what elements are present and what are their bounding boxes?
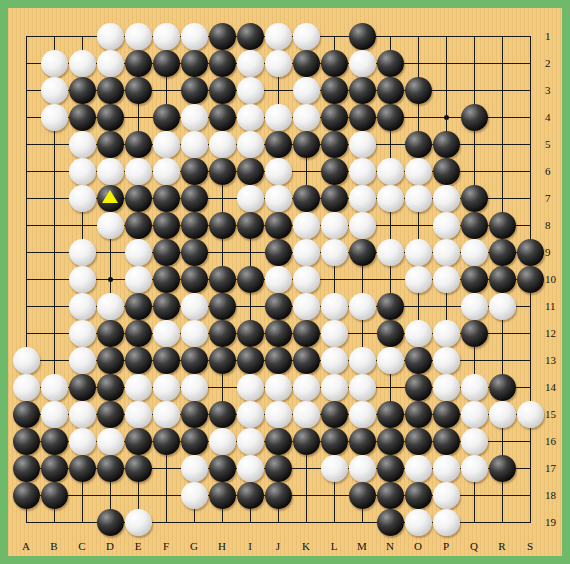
white-stone-M15[interactable] bbox=[349, 401, 376, 428]
white-stone-Q16[interactable] bbox=[461, 428, 488, 455]
col-label-C: C bbox=[78, 540, 85, 552]
white-stone-K15[interactable] bbox=[293, 401, 320, 428]
black-stone-G6[interactable] bbox=[181, 158, 208, 185]
white-stone-E10[interactable] bbox=[125, 266, 152, 293]
white-stone-M14[interactable] bbox=[349, 374, 376, 401]
black-stone-O13[interactable] bbox=[405, 347, 432, 374]
white-stone-C6[interactable] bbox=[69, 158, 96, 185]
row-label-1: 1 bbox=[545, 30, 551, 42]
black-stone-N15[interactable] bbox=[377, 401, 404, 428]
col-label-L: L bbox=[331, 540, 338, 552]
black-stone-F9[interactable] bbox=[153, 239, 180, 266]
white-stone-G14[interactable] bbox=[181, 374, 208, 401]
black-stone-H10[interactable] bbox=[209, 266, 236, 293]
white-stone-L11[interactable] bbox=[321, 293, 348, 320]
black-stone-L15[interactable] bbox=[321, 401, 348, 428]
black-stone-E11[interactable] bbox=[125, 293, 152, 320]
black-stone-O14[interactable] bbox=[405, 374, 432, 401]
white-stone-L13[interactable] bbox=[321, 347, 348, 374]
black-stone-D17[interactable] bbox=[97, 455, 124, 482]
col-label-N: N bbox=[386, 540, 394, 552]
black-stone-H8[interactable] bbox=[209, 212, 236, 239]
black-stone-I1[interactable] bbox=[237, 23, 264, 50]
row-label-18: 18 bbox=[545, 489, 556, 501]
row-label-9: 9 bbox=[545, 246, 551, 258]
white-stone-H5[interactable] bbox=[209, 131, 236, 158]
white-stone-G4[interactable] bbox=[181, 104, 208, 131]
black-stone-H6[interactable] bbox=[209, 158, 236, 185]
white-stone-R11[interactable] bbox=[489, 293, 516, 320]
white-stone-C12[interactable] bbox=[69, 320, 96, 347]
black-stone-Q4[interactable] bbox=[461, 104, 488, 131]
black-stone-G2[interactable] bbox=[181, 50, 208, 77]
col-label-A: A bbox=[22, 540, 30, 552]
black-stone-P16[interactable] bbox=[433, 428, 460, 455]
black-stone-M9[interactable] bbox=[349, 239, 376, 266]
white-stone-C10[interactable] bbox=[69, 266, 96, 293]
white-stone-N7[interactable] bbox=[377, 185, 404, 212]
black-stone-G7[interactable] bbox=[181, 185, 208, 212]
col-label-B: B bbox=[50, 540, 57, 552]
black-stone-N12[interactable] bbox=[377, 320, 404, 347]
white-stone-P17[interactable] bbox=[433, 455, 460, 482]
row-label-10: 10 bbox=[545, 273, 556, 285]
black-stone-N3[interactable] bbox=[377, 77, 404, 104]
white-stone-C5[interactable] bbox=[69, 131, 96, 158]
black-stone-D15[interactable] bbox=[97, 401, 124, 428]
black-stone-D14[interactable] bbox=[97, 374, 124, 401]
black-stone-N16[interactable] bbox=[377, 428, 404, 455]
white-stone-D11[interactable] bbox=[97, 293, 124, 320]
black-stone-J12[interactable] bbox=[265, 320, 292, 347]
black-stone-J8[interactable] bbox=[265, 212, 292, 239]
white-stone-I2[interactable] bbox=[237, 50, 264, 77]
white-stone-O7[interactable] bbox=[405, 185, 432, 212]
black-stone-G3[interactable] bbox=[181, 77, 208, 104]
white-stone-G17[interactable] bbox=[181, 455, 208, 482]
white-stone-G11[interactable] bbox=[181, 293, 208, 320]
last-move-triangle-marker bbox=[102, 190, 118, 203]
black-stone-Q10[interactable] bbox=[461, 266, 488, 293]
white-stone-C9[interactable] bbox=[69, 239, 96, 266]
black-stone-J9[interactable] bbox=[265, 239, 292, 266]
black-stone-D3[interactable] bbox=[97, 77, 124, 104]
white-stone-M13[interactable] bbox=[349, 347, 376, 374]
black-stone-J5[interactable] bbox=[265, 131, 292, 158]
white-stone-M11[interactable] bbox=[349, 293, 376, 320]
white-stone-K4[interactable] bbox=[293, 104, 320, 131]
col-label-G: G bbox=[190, 540, 198, 552]
white-stone-I17[interactable] bbox=[237, 455, 264, 482]
black-stone-G15[interactable] bbox=[181, 401, 208, 428]
black-stone-Q8[interactable] bbox=[461, 212, 488, 239]
black-stone-M16[interactable] bbox=[349, 428, 376, 455]
white-stone-I3[interactable] bbox=[237, 77, 264, 104]
white-stone-E6[interactable] bbox=[125, 158, 152, 185]
white-stone-M17[interactable] bbox=[349, 455, 376, 482]
white-stone-I15[interactable] bbox=[237, 401, 264, 428]
white-stone-P10[interactable] bbox=[433, 266, 460, 293]
white-stone-M8[interactable] bbox=[349, 212, 376, 239]
black-stone-D4[interactable] bbox=[97, 104, 124, 131]
black-stone-G9[interactable] bbox=[181, 239, 208, 266]
white-stone-I7[interactable] bbox=[237, 185, 264, 212]
white-stone-D1[interactable] bbox=[97, 23, 124, 50]
black-stone-K13[interactable] bbox=[293, 347, 320, 374]
white-stone-J2[interactable] bbox=[265, 50, 292, 77]
white-stone-Q14[interactable] bbox=[461, 374, 488, 401]
black-stone-O18[interactable] bbox=[405, 482, 432, 509]
black-stone-F11[interactable] bbox=[153, 293, 180, 320]
white-stone-J10[interactable] bbox=[265, 266, 292, 293]
white-stone-N6[interactable] bbox=[377, 158, 404, 185]
black-stone-K7[interactable] bbox=[293, 185, 320, 212]
row-label-12: 12 bbox=[545, 327, 556, 339]
col-label-O: O bbox=[414, 540, 422, 552]
black-stone-D19[interactable] bbox=[97, 509, 124, 536]
black-stone-G8[interactable] bbox=[181, 212, 208, 239]
black-stone-M1[interactable] bbox=[349, 23, 376, 50]
white-stone-K10[interactable] bbox=[293, 266, 320, 293]
black-stone-I18[interactable] bbox=[237, 482, 264, 509]
white-stone-K11[interactable] bbox=[293, 293, 320, 320]
black-stone-L7[interactable] bbox=[321, 185, 348, 212]
white-stone-O6[interactable] bbox=[405, 158, 432, 185]
hoshi-D10 bbox=[108, 277, 113, 282]
white-stone-J6[interactable] bbox=[265, 158, 292, 185]
black-stone-I10[interactable] bbox=[237, 266, 264, 293]
white-stone-I4[interactable] bbox=[237, 104, 264, 131]
black-stone-L16[interactable] bbox=[321, 428, 348, 455]
white-stone-R15[interactable] bbox=[489, 401, 516, 428]
white-stone-P13[interactable] bbox=[433, 347, 460, 374]
black-stone-J17[interactable] bbox=[265, 455, 292, 482]
black-stone-K2[interactable] bbox=[293, 50, 320, 77]
white-stone-F15[interactable] bbox=[153, 401, 180, 428]
white-stone-J14[interactable] bbox=[265, 374, 292, 401]
black-stone-E5[interactable] bbox=[125, 131, 152, 158]
black-stone-E13[interactable] bbox=[125, 347, 152, 374]
black-stone-H2[interactable] bbox=[209, 50, 236, 77]
white-stone-O17[interactable] bbox=[405, 455, 432, 482]
white-stone-C11[interactable] bbox=[69, 293, 96, 320]
black-stone-B17[interactable] bbox=[41, 455, 68, 482]
white-stone-P9[interactable] bbox=[433, 239, 460, 266]
white-stone-G12[interactable] bbox=[181, 320, 208, 347]
white-stone-M2[interactable] bbox=[349, 50, 376, 77]
white-stone-L8[interactable] bbox=[321, 212, 348, 239]
white-stone-B14[interactable] bbox=[41, 374, 68, 401]
white-stone-L12[interactable] bbox=[321, 320, 348, 347]
black-stone-E3[interactable] bbox=[125, 77, 152, 104]
white-stone-L9[interactable] bbox=[321, 239, 348, 266]
black-stone-H3[interactable] bbox=[209, 77, 236, 104]
black-stone-C3[interactable] bbox=[69, 77, 96, 104]
row-label-4: 4 bbox=[545, 111, 551, 123]
black-stone-H12[interactable] bbox=[209, 320, 236, 347]
black-stone-C14[interactable] bbox=[69, 374, 96, 401]
white-stone-J15[interactable] bbox=[265, 401, 292, 428]
black-stone-J18[interactable] bbox=[265, 482, 292, 509]
white-stone-B4[interactable] bbox=[41, 104, 68, 131]
white-stone-B2[interactable] bbox=[41, 50, 68, 77]
black-stone-H11[interactable] bbox=[209, 293, 236, 320]
black-stone-H4[interactable] bbox=[209, 104, 236, 131]
black-stone-O3[interactable] bbox=[405, 77, 432, 104]
white-stone-J4[interactable] bbox=[265, 104, 292, 131]
white-stone-E9[interactable] bbox=[125, 239, 152, 266]
row-label-15: 15 bbox=[545, 408, 556, 420]
black-stone-F7[interactable] bbox=[153, 185, 180, 212]
white-stone-O12[interactable] bbox=[405, 320, 432, 347]
white-stone-P8[interactable] bbox=[433, 212, 460, 239]
white-stone-D2[interactable] bbox=[97, 50, 124, 77]
white-stone-I16[interactable] bbox=[237, 428, 264, 455]
white-stone-P18[interactable] bbox=[433, 482, 460, 509]
row-label-19: 19 bbox=[545, 516, 556, 528]
white-stone-L17[interactable] bbox=[321, 455, 348, 482]
white-stone-P14[interactable] bbox=[433, 374, 460, 401]
black-stone-E7[interactable] bbox=[125, 185, 152, 212]
black-stone-F4[interactable] bbox=[153, 104, 180, 131]
black-stone-H17[interactable] bbox=[209, 455, 236, 482]
black-stone-E16[interactable] bbox=[125, 428, 152, 455]
white-stone-K9[interactable] bbox=[293, 239, 320, 266]
black-stone-O16[interactable] bbox=[405, 428, 432, 455]
white-stone-Q17[interactable] bbox=[461, 455, 488, 482]
black-stone-F2[interactable] bbox=[153, 50, 180, 77]
black-stone-N4[interactable] bbox=[377, 104, 404, 131]
white-stone-D6[interactable] bbox=[97, 158, 124, 185]
white-stone-E1[interactable] bbox=[125, 23, 152, 50]
black-stone-B18[interactable] bbox=[41, 482, 68, 509]
go-board[interactable]: ABCDEFGHIJKLMNOPQRS123456789101112131415… bbox=[8, 8, 562, 556]
white-stone-P19[interactable] bbox=[433, 509, 460, 536]
col-label-H: H bbox=[218, 540, 226, 552]
black-stone-E17[interactable] bbox=[125, 455, 152, 482]
white-stone-M6[interactable] bbox=[349, 158, 376, 185]
black-stone-R14[interactable] bbox=[489, 374, 516, 401]
black-stone-A18[interactable] bbox=[13, 482, 40, 509]
white-stone-J7[interactable] bbox=[265, 185, 292, 212]
white-stone-P12[interactable] bbox=[433, 320, 460, 347]
black-stone-M18[interactable] bbox=[349, 482, 376, 509]
white-stone-M7[interactable] bbox=[349, 185, 376, 212]
black-stone-H13[interactable] bbox=[209, 347, 236, 374]
white-stone-I14[interactable] bbox=[237, 374, 264, 401]
row-label-3: 3 bbox=[545, 84, 551, 96]
row-label-6: 6 bbox=[545, 165, 551, 177]
white-stone-K1[interactable] bbox=[293, 23, 320, 50]
white-stone-G1[interactable] bbox=[181, 23, 208, 50]
black-stone-F8[interactable] bbox=[153, 212, 180, 239]
black-stone-M4[interactable] bbox=[349, 104, 376, 131]
black-stone-L4[interactable] bbox=[321, 104, 348, 131]
black-stone-G16[interactable] bbox=[181, 428, 208, 455]
white-stone-F5[interactable] bbox=[153, 131, 180, 158]
black-stone-D13[interactable] bbox=[97, 347, 124, 374]
row-label-2: 2 bbox=[545, 57, 551, 69]
black-stone-A16[interactable] bbox=[13, 428, 40, 455]
black-stone-J13[interactable] bbox=[265, 347, 292, 374]
black-stone-H1[interactable] bbox=[209, 23, 236, 50]
white-stone-O19[interactable] bbox=[405, 509, 432, 536]
black-stone-R17[interactable] bbox=[489, 455, 516, 482]
white-stone-C16[interactable] bbox=[69, 428, 96, 455]
white-stone-J1[interactable] bbox=[265, 23, 292, 50]
black-stone-H15[interactable] bbox=[209, 401, 236, 428]
black-stone-L6[interactable] bbox=[321, 158, 348, 185]
row-label-8: 8 bbox=[545, 219, 551, 231]
black-stone-S9[interactable] bbox=[517, 239, 544, 266]
white-stone-B15[interactable] bbox=[41, 401, 68, 428]
black-stone-Q12[interactable] bbox=[461, 320, 488, 347]
black-stone-D12[interactable] bbox=[97, 320, 124, 347]
black-stone-L3[interactable] bbox=[321, 77, 348, 104]
black-stone-F13[interactable] bbox=[153, 347, 180, 374]
col-label-J: J bbox=[276, 540, 280, 552]
white-stone-G18[interactable] bbox=[181, 482, 208, 509]
white-stone-F12[interactable] bbox=[153, 320, 180, 347]
black-stone-B16[interactable] bbox=[41, 428, 68, 455]
white-stone-E19[interactable] bbox=[125, 509, 152, 536]
col-label-I: I bbox=[248, 540, 252, 552]
black-stone-E12[interactable] bbox=[125, 320, 152, 347]
white-stone-M5[interactable] bbox=[349, 131, 376, 158]
black-stone-N19[interactable] bbox=[377, 509, 404, 536]
col-label-E: E bbox=[135, 540, 142, 552]
white-stone-Q9[interactable] bbox=[461, 239, 488, 266]
white-stone-F6[interactable] bbox=[153, 158, 180, 185]
black-stone-F10[interactable] bbox=[153, 266, 180, 293]
black-stone-G13[interactable] bbox=[181, 347, 208, 374]
black-stone-G10[interactable] bbox=[181, 266, 208, 293]
white-stone-A14[interactable] bbox=[13, 374, 40, 401]
black-stone-N11[interactable] bbox=[377, 293, 404, 320]
black-stone-C17[interactable] bbox=[69, 455, 96, 482]
black-stone-C4[interactable] bbox=[69, 104, 96, 131]
white-stone-Q11[interactable] bbox=[461, 293, 488, 320]
white-stone-N9[interactable] bbox=[377, 239, 404, 266]
white-stone-C13[interactable] bbox=[69, 347, 96, 374]
black-stone-I6[interactable] bbox=[237, 158, 264, 185]
white-stone-B3[interactable] bbox=[41, 77, 68, 104]
black-stone-I13[interactable] bbox=[237, 347, 264, 374]
white-stone-F1[interactable] bbox=[153, 23, 180, 50]
go-board-frame: ABCDEFGHIJKLMNOPQRS123456789101112131415… bbox=[0, 0, 570, 564]
white-stone-K8[interactable] bbox=[293, 212, 320, 239]
white-stone-C7[interactable] bbox=[69, 185, 96, 212]
white-stone-D8[interactable] bbox=[97, 212, 124, 239]
white-stone-F14[interactable] bbox=[153, 374, 180, 401]
black-stone-P5[interactable] bbox=[433, 131, 460, 158]
black-stone-O15[interactable] bbox=[405, 401, 432, 428]
white-stone-H16[interactable] bbox=[209, 428, 236, 455]
white-stone-C2[interactable] bbox=[69, 50, 96, 77]
black-stone-E2[interactable] bbox=[125, 50, 152, 77]
white-stone-K14[interactable] bbox=[293, 374, 320, 401]
white-stone-I5[interactable] bbox=[237, 131, 264, 158]
black-stone-S10[interactable] bbox=[517, 266, 544, 293]
white-stone-N13[interactable] bbox=[377, 347, 404, 374]
col-label-M: M bbox=[357, 540, 367, 552]
white-stone-E14[interactable] bbox=[125, 374, 152, 401]
row-label-17: 17 bbox=[545, 462, 556, 474]
black-stone-A15[interactable] bbox=[13, 401, 40, 428]
col-label-D: D bbox=[106, 540, 114, 552]
row-label-11: 11 bbox=[545, 300, 556, 312]
black-stone-P6[interactable] bbox=[433, 158, 460, 185]
black-stone-R10[interactable] bbox=[489, 266, 516, 293]
black-stone-N18[interactable] bbox=[377, 482, 404, 509]
black-stone-E8[interactable] bbox=[125, 212, 152, 239]
white-stone-Q15[interactable] bbox=[461, 401, 488, 428]
white-stone-S15[interactable] bbox=[517, 401, 544, 428]
black-stone-L5[interactable] bbox=[321, 131, 348, 158]
row-label-13: 13 bbox=[545, 354, 556, 366]
black-stone-A17[interactable] bbox=[13, 455, 40, 482]
black-stone-R8[interactable] bbox=[489, 212, 516, 239]
col-label-Q: Q bbox=[470, 540, 478, 552]
row-label-16: 16 bbox=[545, 435, 556, 447]
white-stone-G5[interactable] bbox=[181, 131, 208, 158]
col-label-R: R bbox=[498, 540, 505, 552]
white-stone-C15[interactable] bbox=[69, 401, 96, 428]
white-stone-O9[interactable] bbox=[405, 239, 432, 266]
hoshi-P4 bbox=[444, 115, 449, 120]
white-stone-K3[interactable] bbox=[293, 77, 320, 104]
row-label-7: 7 bbox=[545, 192, 551, 204]
black-stone-N2[interactable] bbox=[377, 50, 404, 77]
col-label-S: S bbox=[527, 540, 533, 552]
black-stone-O5[interactable] bbox=[405, 131, 432, 158]
black-stone-M3[interactable] bbox=[349, 77, 376, 104]
black-stone-Q7[interactable] bbox=[461, 185, 488, 212]
black-stone-H18[interactable] bbox=[209, 482, 236, 509]
row-label-14: 14 bbox=[545, 381, 556, 393]
white-stone-D16[interactable] bbox=[97, 428, 124, 455]
black-stone-R9[interactable] bbox=[489, 239, 516, 266]
black-stone-K5[interactable] bbox=[293, 131, 320, 158]
black-stone-K16[interactable] bbox=[293, 428, 320, 455]
black-stone-F16[interactable] bbox=[153, 428, 180, 455]
black-stone-P15[interactable] bbox=[433, 401, 460, 428]
white-stone-A13[interactable] bbox=[13, 347, 40, 374]
white-stone-E15[interactable] bbox=[125, 401, 152, 428]
black-stone-K12[interactable] bbox=[293, 320, 320, 347]
white-stone-L14[interactable] bbox=[321, 374, 348, 401]
black-stone-D5[interactable] bbox=[97, 131, 124, 158]
black-stone-J16[interactable] bbox=[265, 428, 292, 455]
black-stone-L2[interactable] bbox=[321, 50, 348, 77]
black-stone-J11[interactable] bbox=[265, 293, 292, 320]
white-stone-P7[interactable] bbox=[433, 185, 460, 212]
col-label-F: F bbox=[163, 540, 169, 552]
black-stone-N17[interactable] bbox=[377, 455, 404, 482]
col-label-K: K bbox=[302, 540, 310, 552]
black-stone-I12[interactable] bbox=[237, 320, 264, 347]
white-stone-O10[interactable] bbox=[405, 266, 432, 293]
col-label-P: P bbox=[443, 540, 449, 552]
row-label-5: 5 bbox=[545, 138, 551, 150]
black-stone-I8[interactable] bbox=[237, 212, 264, 239]
